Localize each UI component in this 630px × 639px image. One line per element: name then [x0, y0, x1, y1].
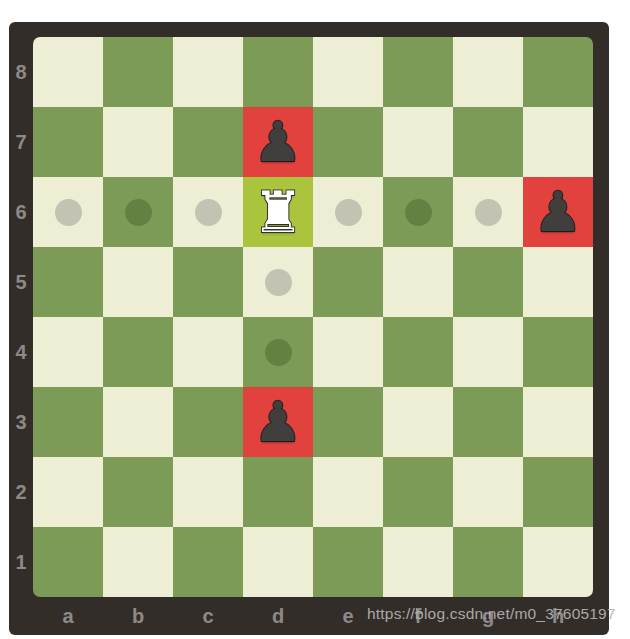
square-d2[interactable] — [243, 457, 313, 527]
chess-board[interactable]: ♟♜♟♟ — [33, 37, 593, 597]
square-a2[interactable] — [33, 457, 103, 527]
square-a6[interactable] — [33, 177, 103, 247]
square-c6[interactable] — [173, 177, 243, 247]
square-c1[interactable] — [173, 527, 243, 597]
square-c8[interactable] — [173, 37, 243, 107]
watermark: https://blog.csdn.net/m0_37605197 — [367, 605, 616, 623]
square-d5[interactable] — [243, 247, 313, 317]
square-c7[interactable] — [173, 107, 243, 177]
square-a7[interactable] — [33, 107, 103, 177]
file-label-d: d — [243, 597, 313, 635]
square-d1[interactable] — [243, 527, 313, 597]
square-b7[interactable] — [103, 107, 173, 177]
move-hint-dot-e6 — [335, 199, 362, 226]
square-d3[interactable]: ♟ — [243, 387, 313, 457]
move-hint-dot-d4 — [265, 339, 292, 366]
square-e4[interactable] — [313, 317, 383, 387]
square-d7[interactable]: ♟ — [243, 107, 313, 177]
square-f6[interactable] — [383, 177, 453, 247]
square-e3[interactable] — [313, 387, 383, 457]
square-h6[interactable]: ♟ — [523, 177, 593, 247]
move-hint-dot-d5 — [265, 269, 292, 296]
square-b8[interactable] — [103, 37, 173, 107]
move-hint-dot-b6 — [125, 199, 152, 226]
square-g8[interactable] — [453, 37, 523, 107]
file-label-a: a — [33, 597, 103, 635]
square-a4[interactable] — [33, 317, 103, 387]
square-d4[interactable] — [243, 317, 313, 387]
square-d6[interactable]: ♜ — [243, 177, 313, 247]
square-b5[interactable] — [103, 247, 173, 317]
square-g2[interactable] — [453, 457, 523, 527]
square-e6[interactable] — [313, 177, 383, 247]
square-e5[interactable] — [313, 247, 383, 317]
rank-label-1: 1 — [9, 527, 33, 597]
square-e1[interactable] — [313, 527, 383, 597]
rank-label-7: 7 — [9, 107, 33, 177]
square-h8[interactable] — [523, 37, 593, 107]
square-h7[interactable] — [523, 107, 593, 177]
square-f1[interactable] — [383, 527, 453, 597]
square-f5[interactable] — [383, 247, 453, 317]
file-label-b: b — [103, 597, 173, 635]
square-f4[interactable] — [383, 317, 453, 387]
board-frame: ♟♜♟♟ 87654321 abcdefgh — [9, 22, 609, 635]
square-g5[interactable] — [453, 247, 523, 317]
square-f2[interactable] — [383, 457, 453, 527]
rank-label-3: 3 — [9, 387, 33, 457]
square-g6[interactable] — [453, 177, 523, 247]
square-g4[interactable] — [453, 317, 523, 387]
rank-label-8: 8 — [9, 37, 33, 107]
black-pawn[interactable]: ♟ — [243, 387, 313, 460]
square-f8[interactable] — [383, 37, 453, 107]
square-g7[interactable] — [453, 107, 523, 177]
square-b3[interactable] — [103, 387, 173, 457]
black-pawn[interactable]: ♟ — [523, 177, 593, 250]
rank-label-6: 6 — [9, 177, 33, 247]
square-a1[interactable] — [33, 527, 103, 597]
move-hint-dot-a6 — [55, 199, 82, 226]
file-label-c: c — [173, 597, 243, 635]
square-f7[interactable] — [383, 107, 453, 177]
rank-label-5: 5 — [9, 247, 33, 317]
square-c4[interactable] — [173, 317, 243, 387]
move-hint-dot-f6 — [405, 199, 432, 226]
square-h5[interactable] — [523, 247, 593, 317]
square-a3[interactable] — [33, 387, 103, 457]
square-g1[interactable] — [453, 527, 523, 597]
square-a8[interactable] — [33, 37, 103, 107]
square-c2[interactable] — [173, 457, 243, 527]
square-h2[interactable] — [523, 457, 593, 527]
rank-label-4: 4 — [9, 317, 33, 387]
black-pawn[interactable]: ♟ — [243, 107, 313, 180]
square-e2[interactable] — [313, 457, 383, 527]
square-b6[interactable] — [103, 177, 173, 247]
move-hint-dot-c6 — [195, 199, 222, 226]
square-b1[interactable] — [103, 527, 173, 597]
square-f3[interactable] — [383, 387, 453, 457]
square-a5[interactable] — [33, 247, 103, 317]
page-background: ♟♜♟♟ 87654321 abcdefgh https://blog.csdn… — [0, 0, 630, 639]
square-g3[interactable] — [453, 387, 523, 457]
square-h1[interactable] — [523, 527, 593, 597]
move-hint-dot-g6 — [475, 199, 502, 226]
square-c3[interactable] — [173, 387, 243, 457]
square-b4[interactable] — [103, 317, 173, 387]
square-h3[interactable] — [523, 387, 593, 457]
square-h4[interactable] — [523, 317, 593, 387]
square-b2[interactable] — [103, 457, 173, 527]
square-d8[interactable] — [243, 37, 313, 107]
square-e7[interactable] — [313, 107, 383, 177]
white-rook[interactable]: ♜ — [243, 177, 313, 251]
rank-label-2: 2 — [9, 457, 33, 527]
square-e8[interactable] — [313, 37, 383, 107]
square-c5[interactable] — [173, 247, 243, 317]
